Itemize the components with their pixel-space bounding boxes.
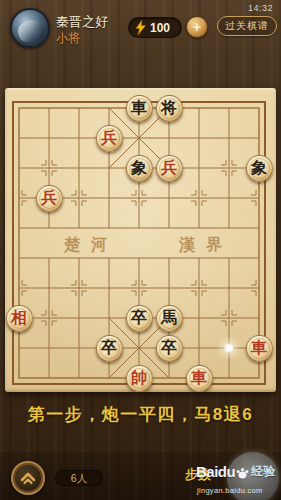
piece-black-4[interactable]: 象 — [126, 155, 153, 182]
piece-red-8[interactable]: 相 — [6, 305, 33, 332]
piece-black-1[interactable]: 車 — [126, 95, 153, 122]
piece-black-10[interactable]: 馬 — [156, 305, 183, 332]
watermark-logo: Baidu 经验 — [196, 463, 275, 480]
piece-red-14[interactable]: 帥 — [126, 365, 153, 392]
xiangqi-board[interactable]: 楚河 漢界 車将兵象兵象兵相卒馬卒卒車帥車 — [5, 88, 276, 392]
player-name: 秦晋之好 — [56, 13, 108, 31]
watermark-suffix: 经验 — [251, 463, 275, 480]
move-highlight-dot — [223, 342, 235, 354]
lightning-icon — [135, 20, 146, 35]
pieces-layer[interactable]: 車将兵象兵象兵相卒馬卒卒車帥車 — [4, 93, 274, 393]
energy-value: 100 — [150, 21, 170, 35]
piece-red-7[interactable]: 兵 — [36, 185, 63, 212]
paw-icon — [236, 467, 249, 479]
piece-red-13[interactable]: 車 — [246, 335, 273, 362]
app-screen: 14:32 秦晋之好 小将 100 + 过关棋谱 楚河 漢界 車将兵象兵象兵相卒… — [0, 0, 281, 500]
watermark-url: jingyan.baidu.com — [197, 486, 263, 495]
piece-red-5[interactable]: 兵 — [156, 155, 183, 182]
energy-pill: 100 — [128, 17, 182, 38]
piece-black-9[interactable]: 卒 — [126, 305, 153, 332]
piece-red-3[interactable]: 兵 — [96, 125, 123, 152]
piece-black-12[interactable]: 卒 — [156, 335, 183, 362]
player-rank-badge: 小将 — [56, 30, 80, 47]
add-energy-button[interactable]: + — [186, 16, 208, 38]
watermark-brand: Baidu — [196, 463, 235, 480]
piece-black-2[interactable]: 将 — [156, 95, 183, 122]
piece-red-15[interactable]: 車 — [186, 365, 213, 392]
move-hint-text: 第一步，炮一平四，马8退6 — [0, 403, 281, 426]
puzzle-records-button[interactable]: 过关棋谱 — [217, 16, 277, 36]
avatar[interactable] — [10, 8, 50, 48]
piece-black-11[interactable]: 卒 — [96, 335, 123, 362]
chevron-up-icon — [19, 471, 37, 485]
status-clock: 14:32 — [248, 3, 273, 13]
piece-black-6[interactable]: 象 — [246, 155, 273, 182]
expand-menu-button[interactable] — [11, 461, 45, 495]
online-players-count: 6人 — [55, 470, 103, 486]
